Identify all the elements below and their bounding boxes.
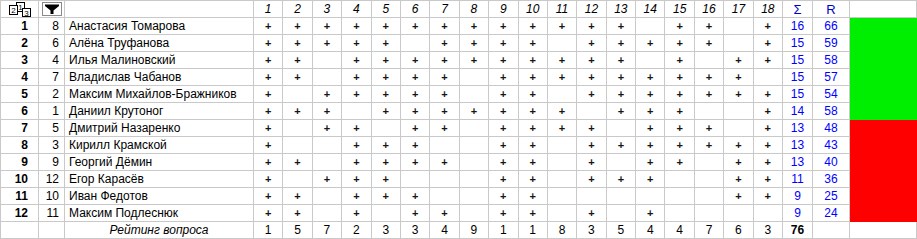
answer-mark: + <box>489 154 518 171</box>
answer-mark: + <box>607 86 636 103</box>
answer-mark: + <box>724 52 753 69</box>
question-rating-value: 3 <box>577 222 606 239</box>
answer-mark: + <box>430 103 459 120</box>
question-column-header: 18 <box>754 1 783 18</box>
filter-header[interactable] <box>39 1 65 18</box>
sum-column-header: Σ <box>783 1 813 18</box>
answer-mark <box>577 188 606 205</box>
answer-mark <box>548 35 577 52</box>
question-column-header: 11 <box>548 1 577 18</box>
player-seed: 8 <box>39 18 65 35</box>
answer-mark <box>460 69 489 86</box>
answer-mark: + <box>254 35 283 52</box>
question-rating-value: 8 <box>548 222 577 239</box>
player-rating: 59 <box>813 35 850 52</box>
answer-mark: + <box>430 86 459 103</box>
answer-mark: + <box>372 86 401 103</box>
answer-mark: + <box>372 69 401 86</box>
answer-mark: + <box>489 137 518 154</box>
answer-mark: + <box>519 103 548 120</box>
question-column-header: 6 <box>401 1 430 18</box>
answer-mark: + <box>695 120 724 137</box>
answer-mark: + <box>577 120 606 137</box>
answer-mark <box>636 188 665 205</box>
answer-mark: + <box>401 154 430 171</box>
player-total: 15 <box>783 69 813 86</box>
question-rating-value: 3 <box>401 222 430 239</box>
answer-mark: + <box>489 103 518 120</box>
answer-mark: + <box>754 137 783 154</box>
answer-mark: + <box>548 18 577 35</box>
answer-mark: + <box>460 52 489 69</box>
answer-mark: + <box>695 86 724 103</box>
player-name: Кирилл Крамской <box>65 137 254 154</box>
answer-mark <box>724 35 753 52</box>
question-rating-value: 5 <box>607 222 636 239</box>
answer-mark: + <box>577 18 606 35</box>
zone-cell <box>850 205 917 222</box>
answer-mark <box>401 35 430 52</box>
player-name: Иван Федотов <box>65 188 254 205</box>
answer-mark: + <box>636 69 665 86</box>
answer-mark: + <box>577 86 606 103</box>
player-rank: 8 <box>1 137 39 154</box>
answer-mark: + <box>636 120 665 137</box>
answer-mark <box>460 86 489 103</box>
answer-mark: + <box>401 52 430 69</box>
answer-mark: + <box>254 18 283 35</box>
answer-mark: + <box>577 52 606 69</box>
player-rating: 57 <box>813 69 850 86</box>
player-total: 15 <box>783 86 813 103</box>
question-column-header: 16 <box>695 1 724 18</box>
answer-mark: + <box>519 69 548 86</box>
answer-mark <box>430 188 459 205</box>
player-seed: 6 <box>39 35 65 52</box>
answer-mark: + <box>754 188 783 205</box>
answer-mark: + <box>342 137 371 154</box>
answer-mark: + <box>430 18 459 35</box>
answer-mark: + <box>401 137 430 154</box>
answer-mark: + <box>342 171 371 188</box>
answer-mark: + <box>401 18 430 35</box>
answer-mark: + <box>313 171 342 188</box>
answer-mark: + <box>430 205 459 222</box>
rank-sort-header[interactable]: 123 <box>1 1 39 18</box>
answer-mark: + <box>754 18 783 35</box>
answer-mark <box>548 86 577 103</box>
zone-cell <box>850 18 917 35</box>
answer-mark <box>548 171 577 188</box>
answer-mark: + <box>548 69 577 86</box>
player-rating: 66 <box>813 18 850 35</box>
player-total: 14 <box>783 103 813 120</box>
player-name: Илья Малиновский <box>65 52 254 69</box>
player-total: 16 <box>783 18 813 35</box>
svg-text:3: 3 <box>24 8 29 17</box>
answer-mark: + <box>283 35 312 52</box>
svg-text:2: 2 <box>11 5 16 14</box>
zone-cell <box>850 154 917 171</box>
footer-empty-zone <box>850 222 917 239</box>
answer-mark: + <box>430 69 459 86</box>
player-total: 15 <box>783 52 813 69</box>
answer-mark <box>460 188 489 205</box>
answer-mark: + <box>313 103 342 120</box>
footer-empty-rank <box>1 222 39 239</box>
answer-mark <box>607 154 636 171</box>
zone-column-header <box>850 1 917 18</box>
answer-mark: + <box>695 18 724 35</box>
answer-mark: + <box>254 205 283 222</box>
question-rating-value: 5 <box>283 222 312 239</box>
question-rating-value: 4 <box>430 222 459 239</box>
answer-mark: + <box>372 52 401 69</box>
answer-mark: + <box>665 35 694 52</box>
answer-mark: + <box>401 103 430 120</box>
question-column-header: 14 <box>636 1 665 18</box>
player-rating: 40 <box>813 154 850 171</box>
answer-mark: + <box>519 35 548 52</box>
answer-mark: + <box>607 103 636 120</box>
name-column-header <box>65 1 254 18</box>
answer-mark: + <box>607 35 636 52</box>
player-name: Максим Михайлов-Бражников <box>65 86 254 103</box>
answer-mark: + <box>342 188 371 205</box>
player-seed: 12 <box>39 171 65 188</box>
question-column-header: 7 <box>430 1 459 18</box>
answer-mark <box>460 154 489 171</box>
answer-mark: + <box>548 52 577 69</box>
answer-mark: + <box>754 52 783 69</box>
answer-mark <box>695 205 724 222</box>
question-column-header: 2 <box>283 1 312 18</box>
answer-mark <box>665 205 694 222</box>
player-rank: 9 <box>1 154 39 171</box>
answer-mark: + <box>254 137 283 154</box>
answer-mark: + <box>430 35 459 52</box>
answer-mark: + <box>754 154 783 171</box>
answer-mark: + <box>636 171 665 188</box>
answer-mark <box>313 205 342 222</box>
answer-mark: + <box>401 86 430 103</box>
answer-mark: + <box>254 69 283 86</box>
zone-cell <box>850 86 917 103</box>
answer-mark: + <box>607 171 636 188</box>
player-name: Алёна Труфанова <box>65 35 254 52</box>
answer-mark: + <box>254 171 283 188</box>
answer-mark: + <box>665 86 694 103</box>
answer-mark: + <box>636 35 665 52</box>
question-column-header: 15 <box>665 1 694 18</box>
answer-mark: + <box>401 120 430 137</box>
player-total: 11 <box>783 171 813 188</box>
answer-mark: + <box>430 52 459 69</box>
question-rating-value: 1 <box>489 222 518 239</box>
answer-mark: + <box>577 35 606 52</box>
answer-mark: + <box>342 120 371 137</box>
answer-mark <box>313 188 342 205</box>
answer-mark: + <box>724 154 753 171</box>
answer-mark: + <box>283 103 312 120</box>
answer-mark: + <box>401 205 430 222</box>
answer-mark <box>695 103 724 120</box>
player-name: Даниил Крутоног <box>65 103 254 120</box>
footer-empty-seed <box>39 222 65 239</box>
answer-mark <box>695 171 724 188</box>
answer-mark: + <box>460 103 489 120</box>
podium-123-icon: 123 <box>9 2 31 17</box>
answer-mark: + <box>254 120 283 137</box>
zone-cell <box>850 120 917 137</box>
answer-mark <box>548 205 577 222</box>
answer-mark: + <box>460 18 489 35</box>
player-rating: 58 <box>813 52 850 69</box>
player-total: 13 <box>783 137 813 154</box>
footer-empty-rating <box>813 222 850 239</box>
player-seed: 3 <box>39 137 65 154</box>
answer-mark <box>665 171 694 188</box>
player-seed: 2 <box>39 86 65 103</box>
answer-mark <box>724 18 753 35</box>
question-column-header: 13 <box>607 1 636 18</box>
answer-mark: + <box>665 52 694 69</box>
answer-mark <box>607 205 636 222</box>
answer-mark: + <box>460 35 489 52</box>
zone-cell <box>850 69 917 86</box>
answer-mark: + <box>754 35 783 52</box>
answer-mark <box>283 137 312 154</box>
answer-mark: + <box>577 137 606 154</box>
answer-mark: + <box>254 103 283 120</box>
answer-mark: + <box>754 103 783 120</box>
answer-mark: + <box>577 69 606 86</box>
answer-mark <box>548 137 577 154</box>
player-total: 13 <box>783 154 813 171</box>
answer-mark: + <box>695 137 724 154</box>
answer-mark <box>607 120 636 137</box>
answer-mark: + <box>430 154 459 171</box>
answer-mark: + <box>489 69 518 86</box>
answer-mark: + <box>254 188 283 205</box>
answer-mark: + <box>489 120 518 137</box>
question-rating-value: 9 <box>460 222 489 239</box>
answer-mark: + <box>313 86 342 103</box>
player-rank: 11 <box>1 188 39 205</box>
player-rank: 3 <box>1 52 39 69</box>
player-rating: 54 <box>813 86 850 103</box>
answer-mark: + <box>636 137 665 154</box>
player-rank: 7 <box>1 120 39 137</box>
answer-mark: + <box>724 69 753 86</box>
rating-column-header: R <box>813 1 850 18</box>
answer-mark <box>665 188 694 205</box>
answer-mark: + <box>665 69 694 86</box>
answer-mark: + <box>754 86 783 103</box>
answer-mark <box>636 18 665 35</box>
answer-mark: + <box>665 154 694 171</box>
answer-mark: + <box>665 137 694 154</box>
zone-cell <box>850 52 917 69</box>
answer-mark: + <box>636 103 665 120</box>
question-rating-value: 7 <box>695 222 724 239</box>
answer-mark <box>754 205 783 222</box>
answer-mark: + <box>607 18 636 35</box>
answer-mark <box>342 103 371 120</box>
answer-mark <box>283 120 312 137</box>
answer-mark: + <box>313 18 342 35</box>
answer-mark <box>372 205 401 222</box>
answer-mark: + <box>283 18 312 35</box>
player-name: Егор Карасёв <box>65 171 254 188</box>
answer-mark <box>372 120 401 137</box>
answer-mark: + <box>372 18 401 35</box>
player-rating: 48 <box>813 120 850 137</box>
answer-mark: + <box>283 69 312 86</box>
answer-mark: + <box>254 52 283 69</box>
answer-mark <box>695 154 724 171</box>
player-name: Анастасия Томарова <box>65 18 254 35</box>
answer-mark: + <box>313 120 342 137</box>
answer-mark <box>313 137 342 154</box>
answer-mark <box>460 137 489 154</box>
answer-mark: + <box>519 52 548 69</box>
answer-mark: + <box>636 205 665 222</box>
answer-mark: + <box>342 86 371 103</box>
question-rating-value: 1 <box>519 222 548 239</box>
player-total: 13 <box>783 120 813 137</box>
player-total: 15 <box>783 35 813 52</box>
answer-mark: + <box>519 154 548 171</box>
answer-mark: + <box>665 103 694 120</box>
answer-mark: + <box>489 188 518 205</box>
answer-mark: + <box>724 86 753 103</box>
answer-mark: + <box>372 137 401 154</box>
answer-mark: + <box>548 120 577 137</box>
zone-cell <box>850 35 917 52</box>
question-column-header: 10 <box>519 1 548 18</box>
answer-mark <box>313 52 342 69</box>
player-seed: 9 <box>39 154 65 171</box>
funnel-icon <box>42 2 62 16</box>
question-column-header: 5 <box>372 1 401 18</box>
answer-mark: + <box>313 35 342 52</box>
player-rating: 24 <box>813 205 850 222</box>
answer-mark: + <box>489 52 518 69</box>
answer-mark: + <box>283 52 312 69</box>
player-name: Максим Подлеснюк <box>65 205 254 222</box>
answer-mark <box>401 171 430 188</box>
question-rating-value: 7 <box>313 222 342 239</box>
player-rank: 2 <box>1 35 39 52</box>
zone-cell <box>850 103 917 120</box>
answer-mark: + <box>430 120 459 137</box>
answer-mark <box>724 103 753 120</box>
answer-mark <box>636 52 665 69</box>
player-seed: 7 <box>39 69 65 86</box>
player-rank: 5 <box>1 86 39 103</box>
answer-mark: + <box>636 86 665 103</box>
answer-mark: + <box>519 120 548 137</box>
answer-mark: + <box>754 120 783 137</box>
question-column-header: 17 <box>724 1 753 18</box>
answer-mark: + <box>372 188 401 205</box>
answer-mark <box>607 188 636 205</box>
player-rating: 58 <box>813 103 850 120</box>
answer-mark: + <box>372 103 401 120</box>
question-column-header: 3 <box>313 1 342 18</box>
answer-mark <box>430 171 459 188</box>
answer-mark <box>695 188 724 205</box>
question-column-header: 12 <box>577 1 606 18</box>
answer-mark: + <box>724 137 753 154</box>
answer-mark: + <box>519 86 548 103</box>
player-rank: 6 <box>1 103 39 120</box>
answer-mark: + <box>665 18 694 35</box>
answer-mark: + <box>519 18 548 35</box>
answer-mark: + <box>607 52 636 69</box>
answer-mark: + <box>695 69 724 86</box>
answer-mark <box>548 154 577 171</box>
answer-mark: + <box>283 188 312 205</box>
answer-mark: + <box>342 18 371 35</box>
player-seed: 5 <box>39 120 65 137</box>
answer-mark: + <box>342 69 371 86</box>
question-rating-value: 3 <box>372 222 401 239</box>
answer-mark: + <box>754 171 783 188</box>
answer-mark: + <box>489 205 518 222</box>
answer-mark <box>460 120 489 137</box>
answer-mark: + <box>342 154 371 171</box>
player-rank: 1 <box>1 18 39 35</box>
answer-mark: + <box>724 188 753 205</box>
answer-mark: + <box>372 35 401 52</box>
answer-mark: + <box>607 137 636 154</box>
answer-mark: + <box>665 120 694 137</box>
answer-mark: + <box>489 171 518 188</box>
answer-mark: + <box>401 188 430 205</box>
answer-mark: + <box>724 171 753 188</box>
answer-mark: + <box>372 154 401 171</box>
player-rank: 4 <box>1 69 39 86</box>
question-rating-value: 6 <box>724 222 753 239</box>
answer-mark: + <box>577 154 606 171</box>
answer-mark: + <box>254 154 283 171</box>
answer-mark: + <box>489 35 518 52</box>
answer-mark: + <box>577 205 606 222</box>
question-rating-value: 4 <box>636 222 665 239</box>
player-rank: 10 <box>1 171 39 188</box>
answer-mark: + <box>577 171 606 188</box>
answer-mark: + <box>342 35 371 52</box>
player-total: 9 <box>783 188 813 205</box>
player-name: Владислав Чабанов <box>65 69 254 86</box>
question-column-header: 4 <box>342 1 371 18</box>
zone-cell <box>850 171 917 188</box>
player-seed: 10 <box>39 188 65 205</box>
answer-mark <box>548 188 577 205</box>
answer-mark: + <box>695 35 724 52</box>
answer-mark <box>283 86 312 103</box>
answer-mark: + <box>489 86 518 103</box>
question-column-header: 9 <box>489 1 518 18</box>
answer-mark <box>460 205 489 222</box>
player-name: Дмитрий Назаренко <box>65 120 254 137</box>
player-seed: 11 <box>39 205 65 222</box>
answer-mark <box>283 171 312 188</box>
zone-cell <box>850 188 917 205</box>
answer-mark <box>577 103 606 120</box>
